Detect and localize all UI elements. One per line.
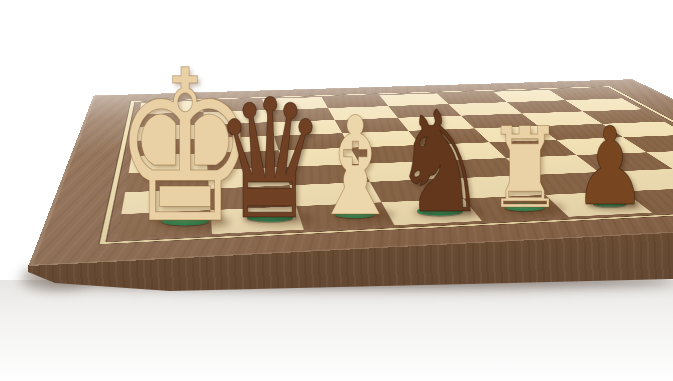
piece-black-pawn-f1: ♟ [573, 125, 647, 209]
piece-black-knight-d1: ♞ [392, 108, 487, 217]
pieces-layer: ♚♛♝♞♜♟ [0, 0, 673, 381]
piece-white-bishop-c1: ♝ [309, 114, 402, 220]
piece-white-rook-e1: ♜ [487, 125, 563, 212]
photo-stage: ♚♛♝♞♜♟ [0, 0, 673, 381]
